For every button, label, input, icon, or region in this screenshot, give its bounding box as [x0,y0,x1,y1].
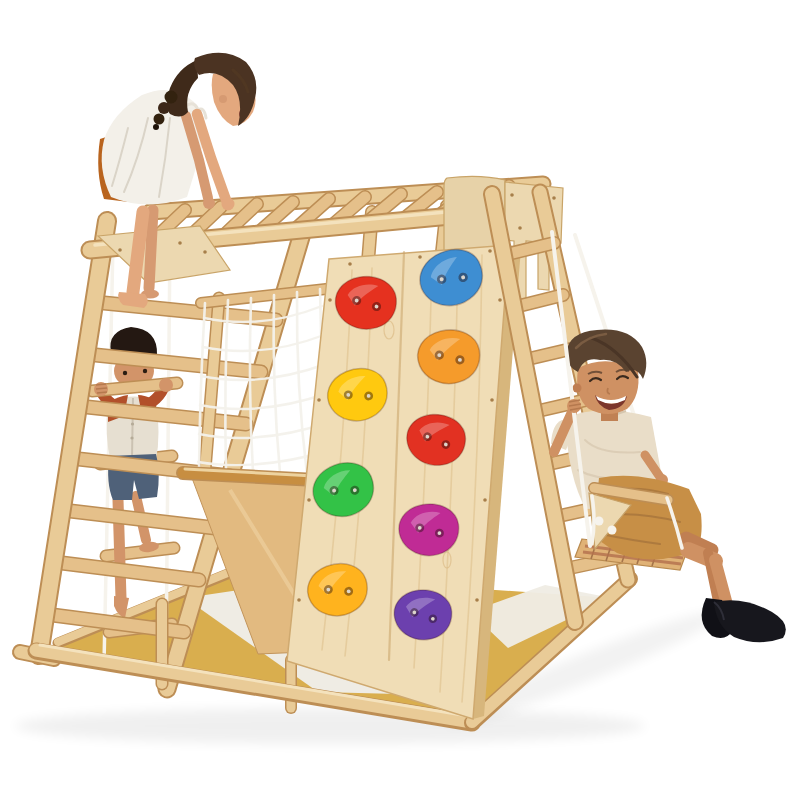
climbing-wall [287,244,521,719]
playset-illustration [0,0,800,800]
girl-top [102,90,206,205]
swing-and-boy [551,232,786,642]
product-photo [0,0,800,800]
